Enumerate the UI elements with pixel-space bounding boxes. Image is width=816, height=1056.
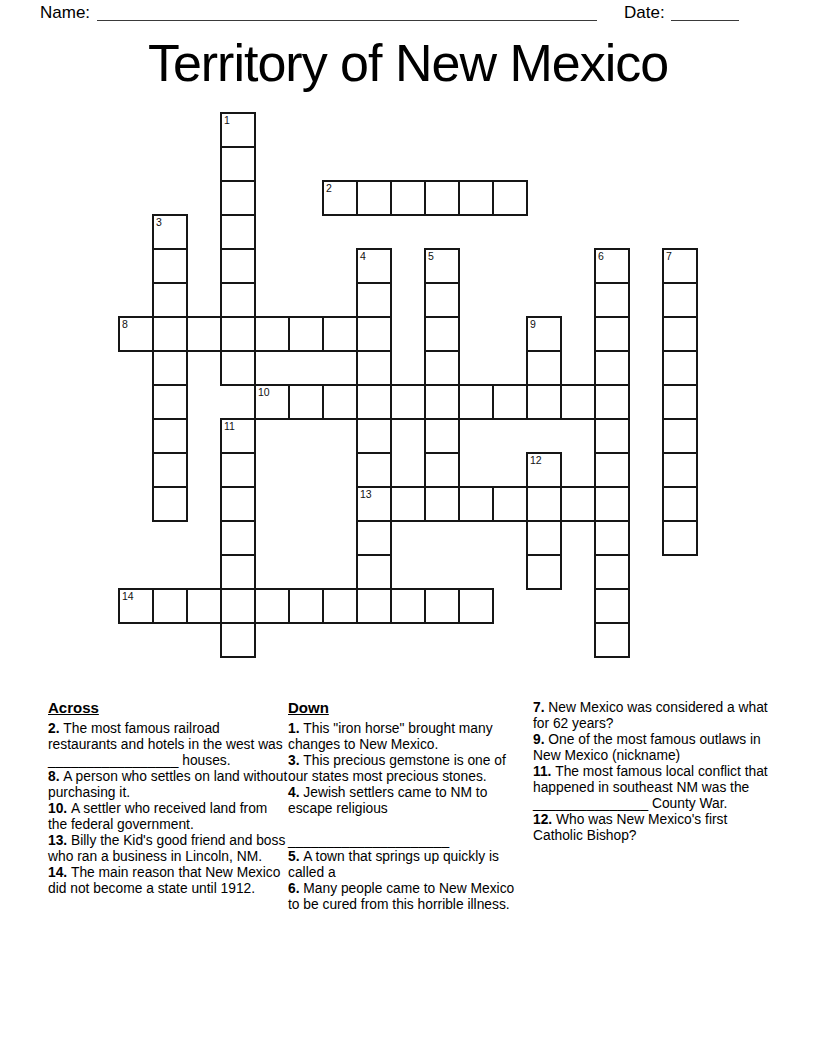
clue-number: 2 xyxy=(326,182,332,194)
grid-cell[interactable] xyxy=(526,520,562,556)
grid-cell[interactable] xyxy=(662,282,698,318)
across-clue-list: 2. The most famous railroad restaurants … xyxy=(48,721,288,897)
grid-cell[interactable]: 12 xyxy=(526,452,562,488)
grid-cell[interactable] xyxy=(322,588,358,624)
grid-cell[interactable] xyxy=(220,316,256,352)
grid-cell[interactable] xyxy=(220,520,256,556)
name-label: Name: xyxy=(40,3,90,23)
grid-cell[interactable] xyxy=(424,180,460,216)
grid-cell[interactable] xyxy=(356,588,392,624)
grid-cell[interactable] xyxy=(220,452,256,488)
grid-cell[interactable] xyxy=(662,350,698,386)
grid-cell[interactable] xyxy=(220,248,256,284)
grid-cell[interactable] xyxy=(662,316,698,352)
grid-cell[interactable] xyxy=(594,316,630,352)
grid-cell[interactable] xyxy=(152,282,188,318)
grid-cell[interactable] xyxy=(390,384,426,420)
grid-cell[interactable]: 3 xyxy=(152,214,188,250)
clue-item: 13. Billy the Kid's good friend and boss… xyxy=(48,833,288,865)
grid-cell[interactable]: 6 xyxy=(594,248,630,284)
grid-cell[interactable] xyxy=(424,452,460,488)
grid-cell[interactable] xyxy=(322,384,358,420)
grid-cell[interactable] xyxy=(662,452,698,488)
down-clue-list: 1. This "iron horse" brought many change… xyxy=(288,721,524,913)
grid-cell[interactable] xyxy=(356,520,392,556)
grid-cell[interactable]: 4 xyxy=(356,248,392,284)
grid-cell[interactable] xyxy=(424,384,460,420)
grid-cell[interactable] xyxy=(594,350,630,386)
grid-cell[interactable] xyxy=(220,622,256,658)
grid-cell[interactable] xyxy=(356,418,392,454)
clue-number: 13 xyxy=(360,488,372,500)
clue-number: 12 xyxy=(530,454,542,466)
clue-item: 5. A town that springs up quickly is cal… xyxy=(288,849,524,881)
down-clue-list-continued: 7. New Mexico was considered a what for … xyxy=(533,700,775,844)
grid-cell[interactable]: 14 xyxy=(118,588,154,624)
grid-cell[interactable]: 10 xyxy=(254,384,290,420)
date-label: Date: xyxy=(624,3,665,23)
grid-cell[interactable] xyxy=(594,486,630,522)
grid-cell[interactable] xyxy=(220,282,256,318)
grid-cell[interactable] xyxy=(220,588,256,624)
grid-cell[interactable] xyxy=(220,554,256,590)
grid-cell[interactable]: 13 xyxy=(356,486,392,522)
clue-item: 1. This "iron horse" brought many change… xyxy=(288,721,524,753)
grid-cell[interactable] xyxy=(458,588,494,624)
grid-cell[interactable] xyxy=(254,316,290,352)
down-clues-column: Down 1. This "iron horse" brought many c… xyxy=(288,700,524,913)
grid-cell[interactable] xyxy=(152,350,188,386)
across-heading: Across xyxy=(48,700,288,716)
grid-cell[interactable] xyxy=(594,622,630,658)
grid-cell[interactable]: 9 xyxy=(526,316,562,352)
grid-cell[interactable] xyxy=(594,384,630,420)
clue-number: 14 xyxy=(122,590,134,602)
grid-cell[interactable] xyxy=(526,554,562,590)
grid-cell[interactable] xyxy=(220,350,256,386)
grid-cell[interactable] xyxy=(492,180,528,216)
grid-cell[interactable] xyxy=(458,384,494,420)
grid-cell[interactable] xyxy=(424,588,460,624)
grid-cell[interactable] xyxy=(594,418,630,454)
clue-item: 7. New Mexico was considered a what for … xyxy=(533,700,775,732)
worksheet-page: Name: Date: Territory of New Mexico 1234… xyxy=(0,0,816,1056)
grid-cell[interactable] xyxy=(560,486,596,522)
down-clues-column-continued: 7. New Mexico was considered a what for … xyxy=(533,700,775,844)
grid-cell[interactable]: 5 xyxy=(424,248,460,284)
clue-number: 3 xyxy=(156,216,162,228)
crossword-grid: 1234567891011121314 xyxy=(118,112,700,660)
grid-cell[interactable] xyxy=(356,452,392,488)
grid-cell[interactable]: 11 xyxy=(220,418,256,454)
clue-item: 3. This precious gemstone is one of our … xyxy=(288,753,524,785)
grid-cell[interactable] xyxy=(424,350,460,386)
grid-cell[interactable] xyxy=(594,588,630,624)
grid-cell[interactable] xyxy=(594,452,630,488)
grid-cell[interactable] xyxy=(458,486,494,522)
grid-cell[interactable] xyxy=(390,588,426,624)
grid-cell[interactable] xyxy=(424,418,460,454)
clue-item: 9. One of the most famous outlaws in New… xyxy=(533,732,775,764)
clue-item: 2. The most famous railroad restaurants … xyxy=(48,721,288,769)
grid-cell[interactable] xyxy=(356,282,392,318)
clue-item: 12. Who was New Mexico's first Catholic … xyxy=(533,812,775,844)
name-blank-line xyxy=(97,4,597,21)
clue-number: 1 xyxy=(224,114,230,126)
grid-cell[interactable]: 2 xyxy=(322,180,358,216)
clue-item: 10. A settler who received land from the… xyxy=(48,801,288,833)
grid-cell[interactable] xyxy=(356,554,392,590)
date-blank-line xyxy=(671,4,739,21)
clue-item: 4. Jewish settlers came to NM to escape … xyxy=(288,785,524,849)
grid-cell[interactable] xyxy=(424,486,460,522)
grid-cell[interactable] xyxy=(220,486,256,522)
grid-cell[interactable] xyxy=(288,384,324,420)
grid-cell[interactable] xyxy=(526,350,562,386)
clue-item: 8. A person who settles on land without … xyxy=(48,769,288,801)
grid-cell[interactable] xyxy=(526,384,562,420)
clue-number: 9 xyxy=(530,318,536,330)
grid-cell[interactable]: 1 xyxy=(220,112,256,148)
grid-cell[interactable] xyxy=(220,180,256,216)
grid-cell[interactable] xyxy=(186,316,222,352)
grid-cell[interactable]: 7 xyxy=(662,248,698,284)
grid-cell[interactable] xyxy=(526,486,562,522)
grid-cell[interactable] xyxy=(594,520,630,556)
grid-cell[interactable] xyxy=(424,282,460,318)
clue-number: 6 xyxy=(598,250,604,262)
grid-cell[interactable] xyxy=(594,282,630,318)
clue-number: 4 xyxy=(360,250,366,262)
clue-number: 7 xyxy=(666,250,672,262)
grid-cell[interactable] xyxy=(152,452,188,488)
grid-cell[interactable] xyxy=(356,350,392,386)
clue-number: 10 xyxy=(258,386,270,398)
grid-cell[interactable] xyxy=(458,180,494,216)
clue-number: 8 xyxy=(122,318,128,330)
grid-cell[interactable] xyxy=(152,588,188,624)
grid-cell[interactable] xyxy=(390,180,426,216)
clue-item: 6. Many people came to New Mexico to be … xyxy=(288,881,524,913)
grid-cell[interactable] xyxy=(288,588,324,624)
grid-cell[interactable] xyxy=(662,520,698,556)
grid-cell[interactable] xyxy=(220,214,256,250)
grid-cell[interactable] xyxy=(152,486,188,522)
page-title: Territory of New Mexico xyxy=(0,33,816,93)
clue-number: 5 xyxy=(428,250,434,262)
grid-cell[interactable] xyxy=(356,384,392,420)
down-heading: Down xyxy=(288,700,524,716)
grid-cell[interactable] xyxy=(152,384,188,420)
clue-item: 11. The most famous local conflict that … xyxy=(533,764,775,812)
grid-cell[interactable] xyxy=(152,316,188,352)
grid-cell[interactable] xyxy=(594,554,630,590)
grid-cell[interactable]: 8 xyxy=(118,316,154,352)
grid-cell[interactable] xyxy=(424,316,460,352)
clue-number: 11 xyxy=(224,420,235,432)
across-clues-column: Across 2. The most famous railroad resta… xyxy=(48,700,288,897)
grid-cell[interactable] xyxy=(254,588,290,624)
grid-cell[interactable] xyxy=(662,418,698,454)
grid-cell[interactable] xyxy=(288,316,324,352)
clue-item: 14. The main reason that New Mexico did … xyxy=(48,865,288,897)
grid-cell[interactable] xyxy=(560,384,596,420)
grid-cell[interactable] xyxy=(220,146,256,182)
grid-cell[interactable] xyxy=(356,316,392,352)
grid-cell[interactable] xyxy=(662,384,698,420)
grid-cell[interactable] xyxy=(186,588,222,624)
grid-cell[interactable] xyxy=(356,180,392,216)
grid-cell[interactable] xyxy=(152,418,188,454)
grid-cell[interactable] xyxy=(322,316,358,352)
grid-cell[interactable] xyxy=(152,248,188,284)
grid-cell[interactable] xyxy=(390,486,426,522)
grid-cell[interactable] xyxy=(492,384,528,420)
grid-cell[interactable] xyxy=(662,486,698,522)
grid-cell[interactable] xyxy=(492,486,528,522)
